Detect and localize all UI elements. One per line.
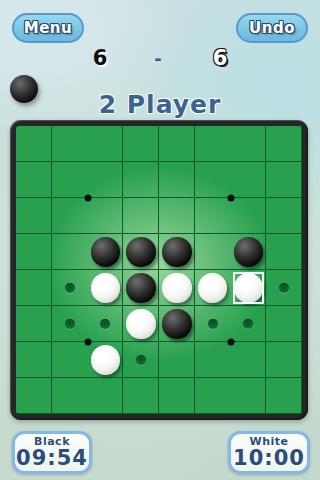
cell-f1[interactable] — [195, 126, 231, 162]
white-score: 6 — [207, 46, 233, 70]
legal-move-hint[interactable] — [208, 319, 218, 329]
cell-d3[interactable] — [123, 198, 159, 234]
cell-b3[interactable] — [52, 198, 88, 234]
cell-g8[interactable] — [231, 378, 267, 414]
white-disc — [198, 273, 227, 303]
cell-c1[interactable] — [88, 126, 124, 162]
cell-e8[interactable] — [159, 378, 195, 414]
game-mode-title: 2 Player — [0, 90, 320, 119]
cell-b7[interactable] — [52, 342, 88, 378]
star-point — [227, 339, 234, 346]
cell-c7[interactable] — [88, 342, 124, 378]
white-clock-time: 10:00 — [233, 447, 305, 469]
cell-g7[interactable] — [231, 342, 267, 378]
cell-b1[interactable] — [52, 126, 88, 162]
white-disc — [91, 345, 120, 375]
legal-move-hint[interactable] — [65, 283, 75, 293]
cell-e2[interactable] — [159, 162, 195, 198]
score-separator: - — [148, 48, 168, 69]
black-disc — [126, 273, 155, 303]
black-disc — [234, 237, 263, 267]
legal-move-hint[interactable] — [136, 355, 146, 365]
black-disc — [91, 237, 120, 267]
cell-h8[interactable] — [266, 378, 302, 414]
menu-button[interactable]: Menu — [12, 13, 84, 43]
black-clock-time: 09:54 — [16, 447, 88, 469]
cell-a5[interactable] — [16, 270, 52, 306]
cell-e5[interactable] — [159, 270, 195, 306]
star-point — [84, 195, 91, 202]
cell-b6[interactable] — [52, 306, 88, 342]
cell-f6[interactable] — [195, 306, 231, 342]
cell-h4[interactable] — [266, 234, 302, 270]
cell-c2[interactable] — [88, 162, 124, 198]
cell-c3[interactable] — [88, 198, 124, 234]
cell-a6[interactable] — [16, 306, 52, 342]
cell-e3[interactable] — [159, 198, 195, 234]
cell-h7[interactable] — [266, 342, 302, 378]
cell-a4[interactable] — [16, 234, 52, 270]
cell-g3[interactable] — [231, 198, 267, 234]
white-disc — [162, 273, 191, 303]
cell-b4[interactable] — [52, 234, 88, 270]
black-disc — [162, 309, 191, 339]
legal-move-hint[interactable] — [243, 319, 253, 329]
cell-h5[interactable] — [266, 270, 302, 306]
legal-move-hint[interactable] — [100, 319, 110, 329]
cell-g4[interactable] — [231, 234, 267, 270]
cell-d6[interactable] — [123, 306, 159, 342]
cell-h6[interactable] — [266, 306, 302, 342]
cell-b8[interactable] — [52, 378, 88, 414]
cell-h1[interactable] — [266, 126, 302, 162]
cell-c8[interactable] — [88, 378, 124, 414]
cell-c4[interactable] — [88, 234, 124, 270]
cell-f7[interactable] — [195, 342, 231, 378]
cell-d4[interactable] — [123, 234, 159, 270]
legal-move-hint[interactable] — [279, 283, 289, 293]
board-grid — [16, 126, 302, 414]
cell-a2[interactable] — [16, 162, 52, 198]
cell-c5[interactable] — [88, 270, 124, 306]
cell-b5[interactable] — [52, 270, 88, 306]
cell-g6[interactable] — [231, 306, 267, 342]
cell-a7[interactable] — [16, 342, 52, 378]
undo-button[interactable]: Undo — [236, 13, 308, 43]
cell-g5[interactable] — [231, 270, 267, 306]
cell-f5[interactable] — [195, 270, 231, 306]
cell-a8[interactable] — [16, 378, 52, 414]
star-point — [227, 195, 234, 202]
black-disc — [162, 237, 191, 267]
cell-d2[interactable] — [123, 162, 159, 198]
cell-g2[interactable] — [231, 162, 267, 198]
cell-e7[interactable] — [159, 342, 195, 378]
cell-a3[interactable] — [16, 198, 52, 234]
star-point — [84, 339, 91, 346]
cell-d1[interactable] — [123, 126, 159, 162]
cell-h3[interactable] — [266, 198, 302, 234]
legal-move-hint[interactable] — [65, 319, 75, 329]
cell-d7[interactable] — [123, 342, 159, 378]
white-disc — [126, 309, 155, 339]
black-clock: Black 09:54 — [12, 431, 92, 474]
cell-d5[interactable] — [123, 270, 159, 306]
cell-h2[interactable] — [266, 162, 302, 198]
cell-g1[interactable] — [231, 126, 267, 162]
black-score: 6 — [87, 46, 113, 70]
black-disc — [126, 237, 155, 267]
cell-f4[interactable] — [195, 234, 231, 270]
cell-b2[interactable] — [52, 162, 88, 198]
cell-e1[interactable] — [159, 126, 195, 162]
cell-f3[interactable] — [195, 198, 231, 234]
cell-e6[interactable] — [159, 306, 195, 342]
cell-c6[interactable] — [88, 306, 124, 342]
board-frame — [10, 120, 308, 420]
cell-e4[interactable] — [159, 234, 195, 270]
white-disc — [91, 273, 120, 303]
last-move-highlight — [233, 272, 265, 304]
cell-f8[interactable] — [195, 378, 231, 414]
cell-d8[interactable] — [123, 378, 159, 414]
cell-a1[interactable] — [16, 126, 52, 162]
cell-f2[interactable] — [195, 162, 231, 198]
white-clock: White 10:00 — [228, 431, 310, 474]
